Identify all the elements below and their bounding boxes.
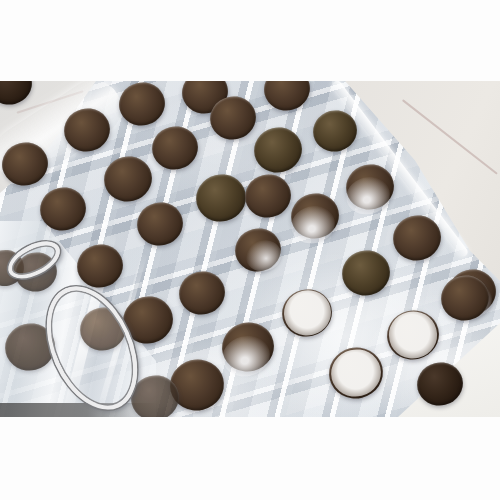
coin [324, 342, 389, 405]
coin [217, 317, 279, 377]
coin [147, 122, 202, 175]
coin [388, 210, 445, 265]
coin [309, 106, 362, 156]
coin [286, 188, 343, 243]
coin [0, 138, 53, 191]
coin [277, 284, 337, 342]
coin [240, 170, 295, 223]
bottom-white-band [0, 417, 500, 500]
coin [412, 358, 467, 411]
coin [337, 245, 394, 300]
coin [59, 104, 114, 157]
photo-area [0, 81, 500, 417]
coin [259, 81, 314, 115]
coin [114, 81, 169, 130]
coin [35, 183, 90, 236]
coin [230, 224, 285, 277]
coin [191, 169, 251, 227]
coin [132, 198, 187, 251]
coin [249, 122, 306, 177]
coin [0, 81, 36, 109]
photo-canvas [0, 0, 500, 500]
top-white-band [0, 0, 500, 81]
coin [99, 151, 156, 206]
coin [341, 159, 398, 214]
coin [72, 240, 127, 293]
coin [174, 267, 229, 320]
coin [382, 305, 444, 365]
